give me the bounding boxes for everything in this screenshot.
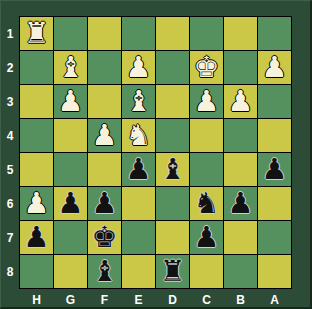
square-h6[interactable]: ♟ — [20, 187, 53, 220]
square-c7[interactable]: ♟ — [190, 221, 223, 254]
square-f1[interactable] — [88, 17, 121, 50]
square-c5[interactable] — [190, 153, 223, 186]
square-f8[interactable]: ♝ — [88, 255, 121, 288]
square-b1[interactable] — [224, 17, 257, 50]
square-d1[interactable] — [156, 17, 189, 50]
black-bishop[interactable]: ♝ — [160, 153, 186, 186]
file-label-f: F — [88, 291, 121, 308]
square-a1[interactable] — [258, 17, 291, 50]
square-c3[interactable]: ♟ — [190, 85, 223, 118]
square-a5[interactable]: ♟ — [258, 153, 291, 186]
square-h3[interactable] — [20, 85, 53, 118]
square-e7[interactable] — [122, 221, 155, 254]
black-bishop[interactable]: ♝ — [92, 255, 118, 288]
square-h4[interactable] — [20, 119, 53, 152]
black-knight[interactable]: ♞ — [194, 187, 220, 220]
square-f3[interactable] — [88, 85, 121, 118]
white-knight[interactable]: ♞ — [126, 119, 152, 152]
square-b4[interactable] — [224, 119, 257, 152]
black-pawn[interactable]: ♟ — [58, 187, 84, 220]
white-king[interactable]: ♚ — [194, 51, 220, 84]
chess-board: ♜♝♟♚♟♟♝♟♟♟♞♟♝♟♟♟♟♞♟♟♚♟♝♜ — [19, 16, 292, 289]
square-b6[interactable]: ♟ — [224, 187, 257, 220]
square-g4[interactable] — [54, 119, 87, 152]
square-b3[interactable]: ♟ — [224, 85, 257, 118]
square-a4[interactable] — [258, 119, 291, 152]
square-h5[interactable] — [20, 153, 53, 186]
white-pawn[interactable]: ♟ — [228, 85, 254, 118]
black-rook[interactable]: ♜ — [160, 255, 186, 288]
square-d5[interactable]: ♝ — [156, 153, 189, 186]
white-rook[interactable]: ♜ — [24, 17, 50, 50]
file-label-g: G — [54, 291, 87, 308]
square-e3[interactable]: ♝ — [122, 85, 155, 118]
square-d6[interactable] — [156, 187, 189, 220]
black-pawn[interactable]: ♟ — [262, 153, 288, 186]
file-label-a: A — [258, 291, 291, 308]
square-g2[interactable]: ♝ — [54, 51, 87, 84]
file-label-c: C — [190, 291, 223, 308]
square-f4[interactable]: ♟ — [88, 119, 121, 152]
rank-label-7: 7 — [1, 221, 19, 254]
black-pawn[interactable]: ♟ — [194, 221, 220, 254]
square-e8[interactable] — [122, 255, 155, 288]
square-f6[interactable]: ♟ — [88, 187, 121, 220]
square-a8[interactable] — [258, 255, 291, 288]
square-e6[interactable] — [122, 187, 155, 220]
white-pawn[interactable]: ♟ — [24, 187, 50, 220]
black-king[interactable]: ♚ — [92, 221, 118, 254]
rank-label-4: 4 — [1, 119, 19, 152]
square-e1[interactable] — [122, 17, 155, 50]
square-d7[interactable] — [156, 221, 189, 254]
rank-label-3: 3 — [1, 85, 19, 118]
rank-label-8: 8 — [1, 255, 19, 288]
white-bishop[interactable]: ♝ — [126, 85, 152, 118]
square-a3[interactable] — [258, 85, 291, 118]
square-e4[interactable]: ♞ — [122, 119, 155, 152]
rank-label-2: 2 — [1, 51, 19, 84]
file-label-d: D — [156, 291, 189, 308]
square-b7[interactable] — [224, 221, 257, 254]
white-pawn[interactable]: ♟ — [92, 119, 118, 152]
square-b5[interactable] — [224, 153, 257, 186]
file-label-h: H — [20, 291, 53, 308]
black-pawn[interactable]: ♟ — [126, 153, 152, 186]
square-d8[interactable]: ♜ — [156, 255, 189, 288]
square-f5[interactable] — [88, 153, 121, 186]
square-g1[interactable] — [54, 17, 87, 50]
square-e2[interactable]: ♟ — [122, 51, 155, 84]
square-g3[interactable]: ♟ — [54, 85, 87, 118]
square-h1[interactable]: ♜ — [20, 17, 53, 50]
square-c4[interactable] — [190, 119, 223, 152]
white-pawn[interactable]: ♟ — [58, 85, 84, 118]
square-g5[interactable] — [54, 153, 87, 186]
rank-label-5: 5 — [1, 153, 19, 186]
chess-app-window: 12345678 ♜♝♟♚♟♟♝♟♟♟♞♟♝♟♟♟♟♞♟♟♚♟♝♜ HGFEDC… — [0, 0, 312, 309]
file-label-e: E — [122, 291, 155, 308]
black-pawn[interactable]: ♟ — [24, 221, 50, 254]
square-c6[interactable]: ♞ — [190, 187, 223, 220]
square-h2[interactable] — [20, 51, 53, 84]
square-d4[interactable] — [156, 119, 189, 152]
white-pawn[interactable]: ♟ — [126, 51, 152, 84]
square-b8[interactable] — [224, 255, 257, 288]
rank-label-6: 6 — [1, 187, 19, 220]
square-d2[interactable] — [156, 51, 189, 84]
white-pawn[interactable]: ♟ — [262, 51, 288, 84]
rank-labels: 12345678 — [1, 17, 19, 288]
white-bishop[interactable]: ♝ — [58, 51, 84, 84]
square-g6[interactable]: ♟ — [54, 187, 87, 220]
square-f7[interactable]: ♚ — [88, 221, 121, 254]
square-h7[interactable]: ♟ — [20, 221, 53, 254]
rank-label-1: 1 — [1, 17, 19, 50]
file-labels: HGFEDCBA — [20, 291, 291, 308]
square-g8[interactable] — [54, 255, 87, 288]
square-a6[interactable] — [258, 187, 291, 220]
file-label-b: B — [224, 291, 257, 308]
white-pawn[interactable]: ♟ — [194, 85, 220, 118]
black-pawn[interactable]: ♟ — [92, 187, 118, 220]
square-h8[interactable] — [20, 255, 53, 288]
square-d3[interactable] — [156, 85, 189, 118]
square-c8[interactable] — [190, 255, 223, 288]
square-b2[interactable] — [224, 51, 257, 84]
square-a7[interactable] — [258, 221, 291, 254]
square-a2[interactable]: ♟ — [258, 51, 291, 84]
square-c2[interactable]: ♚ — [190, 51, 223, 84]
square-f2[interactable] — [88, 51, 121, 84]
square-c1[interactable] — [190, 17, 223, 50]
square-e5[interactable]: ♟ — [122, 153, 155, 186]
black-pawn[interactable]: ♟ — [228, 187, 254, 220]
square-g7[interactable] — [54, 221, 87, 254]
